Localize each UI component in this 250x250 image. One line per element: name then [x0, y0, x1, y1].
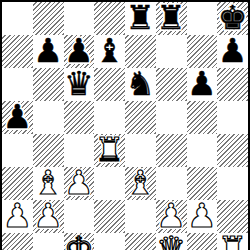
square-d4[interactable]: ♜ [94, 134, 125, 167]
square-g5[interactable] [187, 101, 218, 134]
square-h4[interactable] [217, 134, 248, 167]
piece-black-pawn[interactable]: ♟ [64, 34, 94, 67]
chess-board: ♜♜♚♟♟♝♟♛♞♟♟♜♝♟♝♟♟♟♟♚♛♜ [0, 0, 250, 250]
piece-black-pawn[interactable]: ♟ [3, 100, 33, 133]
square-b2[interactable]: ♟ [33, 200, 64, 233]
square-a4[interactable] [2, 134, 33, 167]
square-a8[interactable] [2, 2, 33, 35]
square-g2[interactable]: ♟ [187, 200, 218, 233]
square-f1[interactable]: ♛ [156, 233, 187, 250]
square-e8[interactable]: ♜ [125, 2, 156, 35]
piece-black-pawn[interactable]: ♟ [187, 67, 217, 100]
square-g4[interactable] [187, 134, 218, 167]
square-a7[interactable] [2, 35, 33, 68]
piece-black-king[interactable]: ♚ [218, 1, 248, 34]
square-e6[interactable]: ♞ [125, 68, 156, 101]
square-h7[interactable]: ♟ [217, 35, 248, 68]
square-d3[interactable] [94, 167, 125, 200]
square-g1[interactable] [187, 233, 218, 250]
square-a2[interactable]: ♟ [2, 200, 33, 233]
piece-white-pawn[interactable]: ♟ [187, 199, 217, 232]
square-c6[interactable]: ♛ [64, 68, 95, 101]
square-d7[interactable]: ♝ [94, 35, 125, 68]
square-b7[interactable]: ♟ [33, 35, 64, 68]
square-e2[interactable] [125, 200, 156, 233]
square-f4[interactable] [156, 134, 187, 167]
square-f7[interactable] [156, 35, 187, 68]
square-h3[interactable] [217, 167, 248, 200]
square-a5[interactable]: ♟ [2, 101, 33, 134]
chess-diagram: ♜♜♚♟♟♝♟♛♞♟♟♜♝♟♝♟♟♟♟♚♛♜ [0, 0, 250, 250]
piece-black-pawn[interactable]: ♟ [218, 34, 248, 67]
piece-white-pawn[interactable]: ♟ [3, 199, 33, 232]
piece-black-knight[interactable]: ♞ [126, 67, 156, 100]
square-c5[interactable] [64, 101, 95, 134]
piece-black-rook[interactable]: ♜ [126, 1, 156, 34]
square-b6[interactable] [33, 68, 64, 101]
piece-black-bishop[interactable]: ♝ [95, 34, 125, 67]
piece-white-pawn[interactable]: ♟ [156, 199, 186, 232]
square-b1[interactable] [33, 233, 64, 250]
square-d6[interactable] [94, 68, 125, 101]
square-g8[interactable] [187, 2, 218, 35]
square-e3[interactable]: ♝ [125, 167, 156, 200]
square-e1[interactable] [125, 233, 156, 250]
piece-white-pawn[interactable]: ♟ [64, 166, 94, 199]
piece-black-pawn[interactable]: ♟ [33, 34, 63, 67]
square-h1[interactable]: ♜ [217, 233, 248, 250]
piece-white-rook[interactable]: ♜ [218, 232, 248, 250]
square-d1[interactable] [94, 233, 125, 250]
square-c3[interactable]: ♟ [64, 167, 95, 200]
piece-white-queen[interactable]: ♛ [156, 232, 186, 250]
square-c1[interactable]: ♚ [64, 233, 95, 250]
square-d2[interactable] [94, 200, 125, 233]
piece-black-queen[interactable]: ♛ [64, 67, 94, 100]
square-h5[interactable] [217, 101, 248, 134]
square-f8[interactable]: ♜ [156, 2, 187, 35]
square-h6[interactable] [217, 68, 248, 101]
piece-white-king[interactable]: ♚ [64, 232, 94, 250]
square-f6[interactable] [156, 68, 187, 101]
piece-white-rook[interactable]: ♜ [95, 133, 125, 166]
square-e5[interactable] [125, 101, 156, 134]
piece-black-rook[interactable]: ♜ [156, 1, 186, 34]
piece-white-bishop[interactable]: ♝ [126, 166, 156, 199]
square-g6[interactable]: ♟ [187, 68, 218, 101]
square-b5[interactable] [33, 101, 64, 134]
piece-white-bishop[interactable]: ♝ [33, 166, 63, 199]
piece-white-pawn[interactable]: ♟ [33, 199, 63, 232]
square-f5[interactable] [156, 101, 187, 134]
square-a1[interactable] [2, 233, 33, 250]
